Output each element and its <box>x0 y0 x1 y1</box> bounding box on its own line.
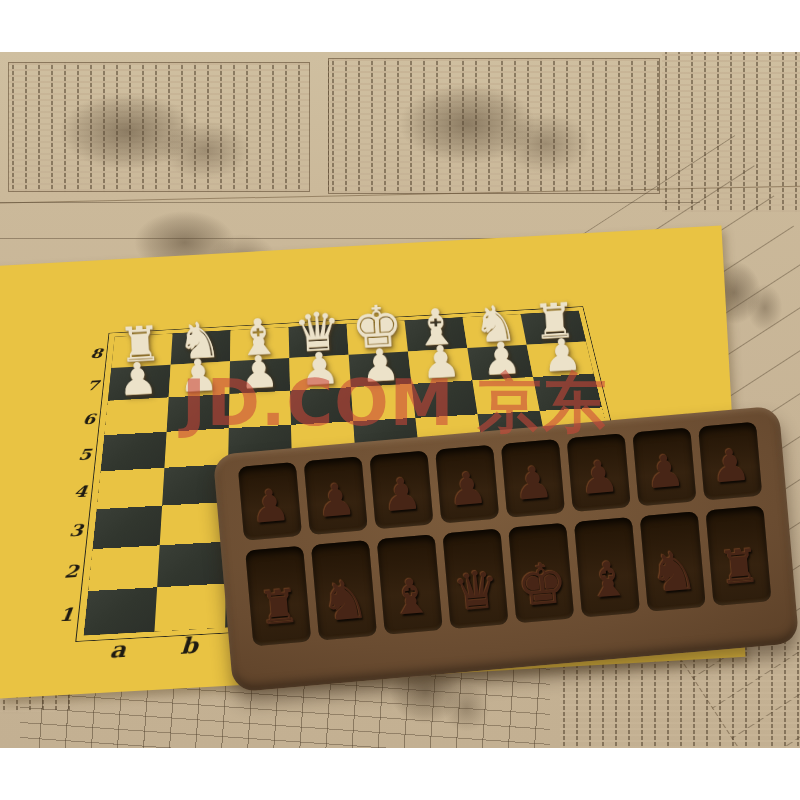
tray-slot[interactable]: ♝ <box>574 517 640 618</box>
square-g7[interactable]: ♟ <box>467 345 533 381</box>
square-b6[interactable] <box>167 394 230 432</box>
white-pawn-icon[interactable]: ♟ <box>359 344 401 388</box>
black-knight-icon[interactable]: ♞ <box>318 572 372 640</box>
file-label-a: a <box>81 631 155 663</box>
tray-slot[interactable]: ♟ <box>238 462 302 541</box>
tray-slot[interactable]: ♟ <box>698 422 762 501</box>
square-d7[interactable]: ♟ <box>289 355 351 391</box>
square-b1[interactable] <box>154 583 225 631</box>
square-a5[interactable] <box>101 432 167 472</box>
square-f7[interactable]: ♟ <box>408 348 472 384</box>
rank-label-6: 6 <box>72 401 108 437</box>
newspaper-illustration <box>40 82 270 192</box>
square-c7[interactable]: ♟ <box>229 358 290 394</box>
tray-slot[interactable]: ♟ <box>304 456 368 535</box>
tray-slot[interactable]: ♟ <box>369 451 433 530</box>
square-d6[interactable] <box>290 387 353 425</box>
white-pawn-icon[interactable]: ♟ <box>238 350 280 394</box>
square-a1[interactable] <box>84 587 157 635</box>
square-a4[interactable] <box>97 468 165 509</box>
tray-slot[interactable]: ♛ <box>442 528 508 629</box>
square-c6[interactable] <box>229 391 291 429</box>
tray-slot[interactable]: ♜ <box>245 546 311 647</box>
black-pawn-icon[interactable]: ♟ <box>578 454 622 511</box>
square-h7[interactable]: ♟ <box>527 341 594 377</box>
square-b2[interactable] <box>157 542 227 588</box>
white-pawn-icon[interactable]: ♟ <box>117 357 159 401</box>
square-e6[interactable] <box>351 384 415 421</box>
square-a3[interactable] <box>93 506 162 550</box>
black-pawn-icon[interactable]: ♟ <box>315 477 359 534</box>
black-pawn-icon[interactable]: ♟ <box>249 483 293 540</box>
black-pawn-icon[interactable]: ♟ <box>380 471 424 528</box>
black-knight-icon[interactable]: ♞ <box>647 543 701 611</box>
black-bishop-icon[interactable]: ♝ <box>387 571 435 635</box>
square-h6[interactable] <box>533 374 602 411</box>
black-pawn-icon[interactable]: ♟ <box>512 460 556 517</box>
black-pawn-icon[interactable]: ♟ <box>643 448 687 505</box>
board-corner <box>43 635 84 666</box>
file-label-b: b <box>153 628 225 660</box>
rank-label-7: 7 <box>76 368 111 403</box>
black-rook-icon[interactable]: ♜ <box>257 582 303 645</box>
white-pawn-icon[interactable]: ♟ <box>177 354 219 398</box>
pieces-tray: ♟♟♟♟♟♟♟♟♜♞♝♛♚♝♞♜ <box>213 406 800 693</box>
white-pawn-icon[interactable]: ♟ <box>299 347 341 391</box>
tray-slot[interactable]: ♟ <box>501 439 565 518</box>
square-b7[interactable]: ♟ <box>169 361 230 397</box>
square-a6[interactable] <box>104 397 168 435</box>
tray-slot[interactable]: ♞ <box>311 540 377 641</box>
square-a7[interactable]: ♟ <box>108 365 171 401</box>
square-a2[interactable] <box>88 545 159 591</box>
newspaper-illustration <box>380 72 610 187</box>
rank-label-8: 8 <box>80 337 115 370</box>
black-queen-icon[interactable]: ♛ <box>451 563 503 629</box>
black-king-icon[interactable]: ♚ <box>515 555 571 623</box>
square-e7[interactable]: ♟ <box>349 351 412 387</box>
white-pawn-icon[interactable]: ♟ <box>420 340 462 384</box>
square-g6[interactable] <box>472 377 539 414</box>
black-pawn-icon[interactable]: ♟ <box>709 442 753 499</box>
black-bishop-icon[interactable]: ♝ <box>584 553 632 617</box>
tray-slot[interactable]: ♚ <box>508 523 574 624</box>
tray-slot[interactable]: ♜ <box>705 505 771 606</box>
tray-slot[interactable]: ♟ <box>567 433 631 512</box>
tray-slot[interactable]: ♟ <box>435 445 499 524</box>
white-pawn-icon[interactable]: ♟ <box>541 334 583 378</box>
rank-label-2: 2 <box>52 549 93 593</box>
rank-label-5: 5 <box>67 435 104 473</box>
tray-slot[interactable]: ♞ <box>640 511 706 612</box>
rank-label-3: 3 <box>57 509 96 551</box>
black-rook-icon[interactable]: ♜ <box>717 542 763 605</box>
black-pawn-icon[interactable]: ♟ <box>446 465 490 522</box>
tray-slot[interactable]: ♟ <box>632 427 696 506</box>
rank-label-4: 4 <box>62 471 100 511</box>
tray-slot[interactable]: ♝ <box>377 534 443 635</box>
rank-label-1: 1 <box>46 591 88 637</box>
white-pawn-icon[interactable]: ♟ <box>480 337 522 381</box>
square-f6[interactable] <box>412 380 478 417</box>
